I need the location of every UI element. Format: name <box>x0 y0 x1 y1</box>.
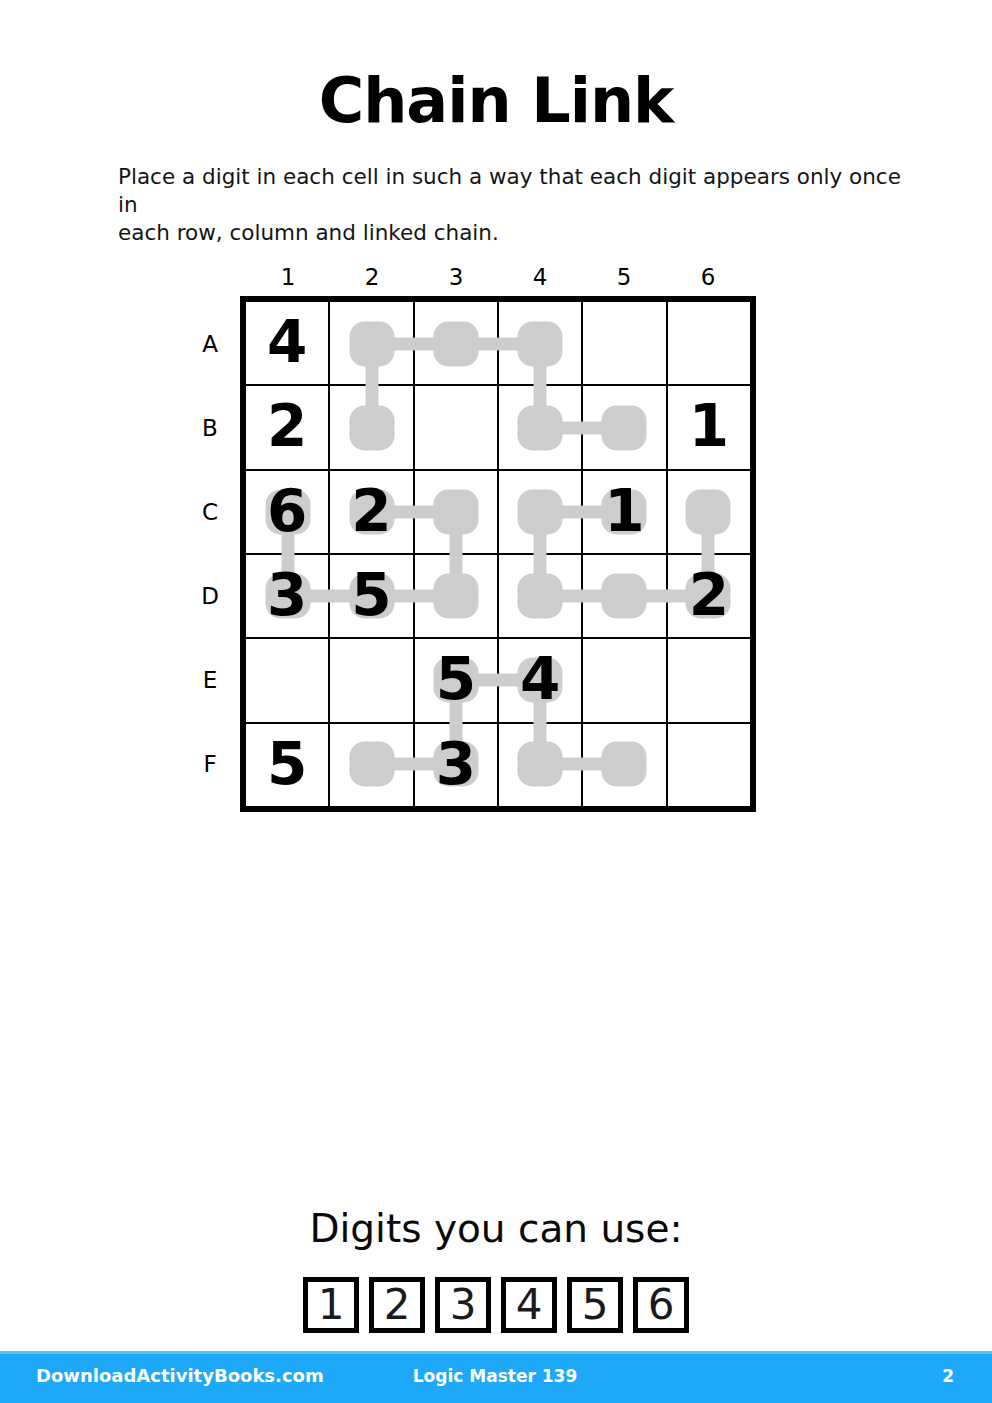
cell-C1[interactable]: 6 <box>246 471 328 553</box>
row-labels: ABCDEF <box>194 302 226 806</box>
instructions-line-1: Place a digit in each cell in such a way… <box>118 163 908 219</box>
footer-book-title: Logic Master 139 <box>342 1366 648 1386</box>
digit-box-1: 1 <box>303 1277 359 1333</box>
given-digit-E4: 4 <box>520 650 560 708</box>
given-digit-D2: 5 <box>351 566 391 624</box>
digit-box-3: 3 <box>435 1277 491 1333</box>
digit-box-4: 4 <box>501 1277 557 1333</box>
given-digit-B6: 1 <box>689 397 729 455</box>
given-digit-C5: 1 <box>604 482 644 540</box>
cell-B4[interactable] <box>499 386 581 468</box>
cell-F5[interactable] <box>583 724 665 806</box>
given-digit-C1: 6 <box>267 482 307 540</box>
puzzle-page: Chain Link Place a digit in each cell in… <box>0 0 992 1403</box>
col-label-5: 5 <box>582 260 666 290</box>
footer-page-number: 2 <box>648 1366 954 1386</box>
cell-D2[interactable]: 5 <box>330 555 412 637</box>
cell-D6[interactable]: 2 <box>668 555 750 637</box>
given-digit-C2: 2 <box>351 482 391 540</box>
grid-cells: 4216213525453 <box>246 302 750 806</box>
footer-site-link[interactable]: DownloadActivityBooks.com <box>36 1365 342 1386</box>
given-digit-F1: 5 <box>267 735 307 793</box>
cell-D4[interactable] <box>499 555 581 637</box>
cell-E5[interactable] <box>583 639 665 721</box>
cell-C3[interactable] <box>415 471 497 553</box>
digit-box-5: 5 <box>567 1277 623 1333</box>
puzzle-board: 4216213525453 <box>240 296 756 812</box>
row-label-E: E <box>194 638 226 722</box>
given-digit-F3: 3 <box>436 735 476 793</box>
cell-E2[interactable] <box>330 639 412 721</box>
given-digit-D6: 2 <box>689 566 729 624</box>
cell-C6[interactable] <box>668 471 750 553</box>
cell-B1[interactable]: 2 <box>246 386 328 468</box>
cell-F4[interactable] <box>499 724 581 806</box>
board-area: 123456 ABCDEF 4216213525453 <box>240 296 756 812</box>
cell-C4[interactable] <box>499 471 581 553</box>
given-digit-A1: 4 <box>267 313 307 371</box>
instructions-line-2: each row, column and linked chain. <box>118 219 908 247</box>
cell-A4[interactable] <box>499 302 581 384</box>
digit-bank: 123456 <box>0 1277 992 1333</box>
col-label-1: 1 <box>246 260 330 290</box>
cell-F2[interactable] <box>330 724 412 806</box>
cell-B5[interactable] <box>583 386 665 468</box>
row-label-D: D <box>194 554 226 638</box>
cell-A5[interactable] <box>583 302 665 384</box>
footer-bar: DownloadActivityBooks.com Logic Master 1… <box>0 1351 992 1403</box>
cell-F6[interactable] <box>668 724 750 806</box>
cell-F1[interactable]: 5 <box>246 724 328 806</box>
cell-A1[interactable]: 4 <box>246 302 328 384</box>
cell-A3[interactable] <box>415 302 497 384</box>
cell-E1[interactable] <box>246 639 328 721</box>
given-digit-E3: 5 <box>436 650 476 708</box>
col-label-3: 3 <box>414 260 498 290</box>
cell-D5[interactable] <box>583 555 665 637</box>
column-labels: 123456 <box>246 260 750 290</box>
row-label-A: A <box>194 302 226 386</box>
cell-D3[interactable] <box>415 555 497 637</box>
cell-E4[interactable]: 4 <box>499 639 581 721</box>
cell-E3[interactable]: 5 <box>415 639 497 721</box>
row-label-C: C <box>194 470 226 554</box>
digit-box-6: 6 <box>633 1277 689 1333</box>
cell-C5[interactable]: 1 <box>583 471 665 553</box>
row-label-B: B <box>194 386 226 470</box>
page-title: Chain Link <box>0 64 992 137</box>
col-label-6: 6 <box>666 260 750 290</box>
cell-D1[interactable]: 3 <box>246 555 328 637</box>
instructions: Place a digit in each cell in such a way… <box>118 163 908 247</box>
cell-B2[interactable] <box>330 386 412 468</box>
given-digit-D1: 3 <box>267 566 307 624</box>
cell-E6[interactable] <box>668 639 750 721</box>
cell-C2[interactable]: 2 <box>330 471 412 553</box>
cell-F3[interactable]: 3 <box>415 724 497 806</box>
cell-A6[interactable] <box>668 302 750 384</box>
digit-box-2: 2 <box>369 1277 425 1333</box>
given-digit-B1: 2 <box>267 397 307 455</box>
cell-B6[interactable]: 1 <box>668 386 750 468</box>
col-label-4: 4 <box>498 260 582 290</box>
row-label-F: F <box>194 722 226 806</box>
cell-B3[interactable] <box>415 386 497 468</box>
col-label-2: 2 <box>330 260 414 290</box>
cell-A2[interactable] <box>330 302 412 384</box>
digit-bank-label: Digits you can use: <box>0 1206 992 1251</box>
